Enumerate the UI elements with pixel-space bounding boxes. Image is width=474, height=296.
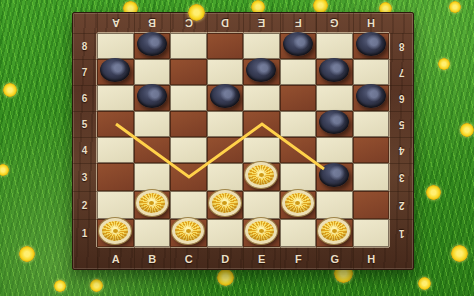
file-label-top-g: G (316, 13, 353, 33)
square-a6[interactable] (97, 85, 134, 111)
rank-label-left-3: 3 (73, 163, 97, 191)
file-label-bottom-c-text: C (185, 253, 193, 265)
square-g6[interactable] (316, 85, 353, 111)
square-g4[interactable] (316, 137, 353, 163)
square-b6[interactable] (134, 85, 171, 111)
rank-label-left-6-text: 6 (82, 93, 88, 104)
rank-label-right-4-text: 4 (399, 145, 405, 156)
square-g3[interactable] (316, 163, 353, 191)
photo-scene: ABCDEFGH8877665544332211ABCDEFGH (0, 0, 474, 296)
dandelion-flower (217, 269, 234, 286)
square-d4[interactable] (207, 137, 244, 163)
square-b2[interactable] (134, 191, 171, 219)
square-e2[interactable] (243, 191, 280, 219)
file-label-bottom-d-text: D (221, 253, 229, 265)
rank-label-left-7: 7 (73, 59, 97, 85)
file-label-bottom-h: H (353, 247, 390, 269)
square-h1[interactable] (353, 219, 390, 247)
square-a2[interactable] (97, 191, 134, 219)
square-e7[interactable] (243, 59, 280, 85)
file-label-top-h-text: H (367, 17, 375, 29)
dark-piece-g5[interactable] (319, 110, 349, 134)
square-d5[interactable] (207, 111, 244, 137)
square-d8[interactable] (207, 33, 244, 59)
square-a8[interactable] (97, 33, 134, 59)
file-label-bottom-e: E (243, 247, 280, 269)
dandelion-flower (54, 280, 66, 292)
dandelion-flower (188, 4, 205, 21)
board-corner (389, 247, 413, 269)
rank-label-right-3: 3 (389, 163, 413, 191)
dandelion-flower (426, 185, 441, 200)
square-c4[interactable] (170, 137, 207, 163)
square-e1[interactable] (243, 219, 280, 247)
file-label-top-g-text: G (330, 17, 339, 29)
dandelion-flower (90, 279, 103, 292)
square-f2[interactable] (280, 191, 317, 219)
dark-piece-a7[interactable] (100, 58, 130, 82)
dark-piece-b8[interactable] (137, 32, 167, 56)
square-b3[interactable] (134, 163, 171, 191)
square-e5[interactable] (243, 111, 280, 137)
file-label-bottom-e-text: E (258, 253, 265, 265)
rank-label-left-2: 2 (73, 191, 97, 219)
square-a1[interactable] (97, 219, 134, 247)
square-g5[interactable] (316, 111, 353, 137)
square-d2[interactable] (207, 191, 244, 219)
rank-label-left-1-text: 1 (82, 228, 88, 239)
square-e6[interactable] (243, 85, 280, 111)
file-label-bottom-g-text: G (330, 253, 339, 265)
file-label-top-e: E (243, 13, 280, 33)
square-e4[interactable] (243, 137, 280, 163)
file-label-bottom-c: C (170, 247, 207, 269)
square-c6[interactable] (170, 85, 207, 111)
rank-label-left-6: 6 (73, 85, 97, 111)
light-piece-e3[interactable] (245, 162, 277, 188)
file-label-bottom-a-text: A (112, 253, 120, 265)
rank-label-right-8-text: 8 (399, 41, 405, 52)
square-c5[interactable] (170, 111, 207, 137)
square-h2[interactable] (353, 191, 390, 219)
rank-label-left-8-text: 8 (82, 41, 88, 52)
dark-piece-b6[interactable] (137, 84, 167, 108)
file-label-bottom-g: G (316, 247, 353, 269)
light-piece-f2[interactable] (282, 190, 314, 216)
rank-label-right-7: 7 (389, 59, 413, 85)
rank-label-right-5: 5 (389, 111, 413, 137)
square-g2[interactable] (316, 191, 353, 219)
square-g8[interactable] (316, 33, 353, 59)
dark-piece-e7[interactable] (246, 58, 276, 82)
square-e8[interactable] (243, 33, 280, 59)
file-label-top-d: D (207, 13, 244, 33)
square-h5[interactable] (353, 111, 390, 137)
dandelion-flower (313, 0, 328, 13)
board-corner (73, 13, 97, 33)
light-piece-c1[interactable] (172, 218, 204, 244)
checkers-board: ABCDEFGH8877665544332211ABCDEFGH (72, 12, 414, 270)
rank-label-left-4: 4 (73, 137, 97, 163)
square-a7[interactable] (97, 59, 134, 85)
square-b8[interactable] (134, 33, 171, 59)
square-g1[interactable] (316, 219, 353, 247)
dark-piece-h6[interactable] (356, 84, 386, 108)
dark-piece-d6[interactable] (210, 84, 240, 108)
dandelion-flower (3, 83, 17, 97)
dark-piece-g3[interactable] (319, 163, 349, 187)
rank-label-right-5-text: 5 (399, 119, 405, 130)
file-label-bottom-b-text: B (148, 253, 156, 265)
file-label-bottom-f: F (280, 247, 317, 269)
file-label-top-e-text: E (258, 17, 265, 29)
square-a3[interactable] (97, 163, 134, 191)
rank-label-right-6-text: 6 (399, 93, 405, 104)
square-h8[interactable] (353, 33, 390, 59)
square-g7[interactable] (316, 59, 353, 85)
square-d3[interactable] (207, 163, 244, 191)
file-label-top-d-text: D (221, 17, 229, 29)
light-piece-g1[interactable] (318, 218, 350, 244)
square-f1[interactable] (280, 219, 317, 247)
file-label-top-f-text: F (295, 17, 302, 29)
rank-label-left-2-text: 2 (82, 200, 88, 211)
rank-label-right-7-text: 7 (399, 67, 405, 78)
rank-label-right-1-text: 1 (399, 228, 405, 239)
rank-label-left-3-text: 3 (82, 172, 88, 183)
square-c1[interactable] (170, 219, 207, 247)
square-d1[interactable] (207, 219, 244, 247)
square-c2[interactable] (170, 191, 207, 219)
file-label-bottom-h-text: H (367, 253, 375, 265)
light-piece-a1[interactable] (99, 218, 131, 244)
dandelion-flower (418, 277, 431, 290)
square-b1[interactable] (134, 219, 171, 247)
light-piece-e1[interactable] (245, 218, 277, 244)
rank-label-left-5: 5 (73, 111, 97, 137)
file-label-top-f: F (280, 13, 317, 33)
file-label-bottom-d: D (207, 247, 244, 269)
file-label-top-h: H (353, 13, 390, 33)
board-corner (389, 13, 413, 33)
file-label-top-b-text: B (148, 17, 156, 29)
square-h7[interactable] (353, 59, 390, 85)
square-f6[interactable] (280, 85, 317, 111)
file-label-bottom-f-text: F (295, 253, 302, 265)
square-f8[interactable] (280, 33, 317, 59)
rank-label-right-3-text: 3 (399, 172, 405, 183)
light-piece-d2[interactable] (209, 190, 241, 216)
square-f3[interactable] (280, 163, 317, 191)
square-f7[interactable] (280, 59, 317, 85)
file-label-bottom-a: A (97, 247, 134, 269)
rank-label-left-8: 8 (73, 33, 97, 59)
square-h6[interactable] (353, 85, 390, 111)
dandelion-flower (449, 1, 461, 13)
rank-label-left-5-text: 5 (82, 119, 88, 130)
square-h4[interactable] (353, 137, 390, 163)
dark-piece-h8[interactable] (356, 32, 386, 56)
rank-label-right-1: 1 (389, 219, 413, 247)
square-b4[interactable] (134, 137, 171, 163)
square-d6[interactable] (207, 85, 244, 111)
rank-label-right-4: 4 (389, 137, 413, 163)
file-label-top-a: A (97, 13, 134, 33)
rank-label-right-8: 8 (389, 33, 413, 59)
square-c7[interactable] (170, 59, 207, 85)
square-b7[interactable] (134, 59, 171, 85)
dandelion-flower (438, 58, 450, 70)
dandelion-flower (0, 164, 9, 176)
rank-label-left-4-text: 4 (82, 145, 88, 156)
dark-piece-f8[interactable] (283, 32, 313, 56)
square-c3[interactable] (170, 163, 207, 191)
file-label-top-b: B (134, 13, 171, 33)
square-f5[interactable] (280, 111, 317, 137)
square-c8[interactable] (170, 33, 207, 59)
square-h3[interactable] (353, 163, 390, 191)
file-label-bottom-b: B (134, 247, 171, 269)
light-piece-b2[interactable] (136, 190, 168, 216)
rank-label-right-2-text: 2 (399, 200, 405, 211)
board-corner (73, 247, 97, 269)
square-a5[interactable] (97, 111, 134, 137)
rank-label-left-1: 1 (73, 219, 97, 247)
square-d7[interactable] (207, 59, 244, 85)
square-f4[interactable] (280, 137, 317, 163)
dandelion-flower (451, 245, 468, 262)
dandelion-flower (19, 246, 35, 262)
file-label-top-a-text: A (112, 17, 120, 29)
square-e3[interactable] (243, 163, 280, 191)
dark-piece-g7[interactable] (319, 58, 349, 82)
dandelion-flower (460, 123, 474, 137)
square-b5[interactable] (134, 111, 171, 137)
rank-label-right-6: 6 (389, 85, 413, 111)
rank-label-right-2: 2 (389, 191, 413, 219)
square-a4[interactable] (97, 137, 134, 163)
rank-label-left-7-text: 7 (82, 67, 88, 78)
